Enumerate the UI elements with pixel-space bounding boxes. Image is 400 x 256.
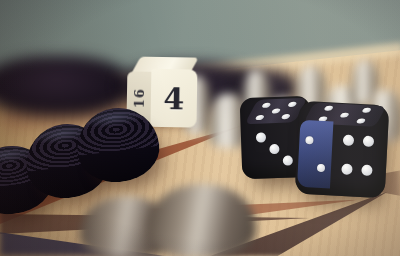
backgammon-photo-scene: 16 4 [0, 0, 400, 256]
blurred-silver-checkers-foreground [0, 0, 400, 256]
checker [148, 184, 256, 256]
